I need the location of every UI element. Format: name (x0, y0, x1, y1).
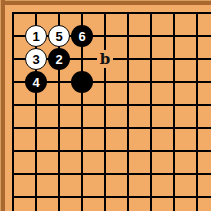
go-board: b123456 (0, 0, 211, 211)
black-stone (71, 71, 93, 93)
point-label-b: b (100, 50, 111, 68)
grid-line-vertical (150, 12, 152, 211)
move-number: 4 (32, 76, 39, 89)
black-stone-move-4: 4 (25, 71, 47, 93)
move-number: 2 (55, 53, 62, 66)
black-stone-move-6: 6 (71, 25, 93, 47)
white-stone-move-3: 3 (25, 48, 47, 70)
grid-line-horizontal (12, 150, 211, 152)
white-stone-move-1: 1 (25, 25, 47, 47)
grid-line-horizontal (12, 12, 211, 14)
move-number: 1 (32, 30, 39, 43)
grid-line-vertical (104, 12, 106, 211)
grid-line-vertical (196, 12, 198, 211)
grid-line-vertical (12, 12, 14, 211)
grid-line-horizontal (12, 173, 211, 175)
grid-line-vertical (173, 12, 175, 211)
grid-line-horizontal (12, 104, 211, 106)
move-number: 6 (78, 30, 85, 43)
board-edge-top (0, 0, 211, 5)
move-number: 3 (32, 53, 39, 66)
point-label-patch: b (97, 50, 113, 68)
white-stone-move-5: 5 (48, 25, 70, 47)
go-diagram: b123456 (0, 0, 211, 211)
grid-line-vertical (127, 12, 129, 211)
board-edge-left (0, 0, 5, 211)
grid-line-horizontal (12, 127, 211, 129)
move-number: 5 (55, 30, 62, 43)
grid-line-horizontal (12, 196, 211, 198)
black-stone-move-2: 2 (48, 48, 70, 70)
